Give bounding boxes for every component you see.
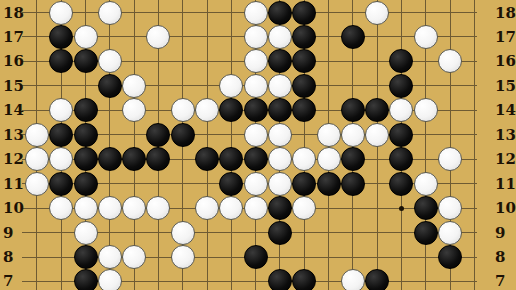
row-label-right-16: 16 [495,54,516,69]
stone-black[interactable] [74,98,98,122]
stone-black[interactable] [341,147,365,171]
stone-black[interactable] [244,147,268,171]
stone-white[interactable] [438,147,462,171]
stone-white[interactable] [268,123,292,147]
row-label-right-7: 7 [495,274,516,289]
stone-white[interactable] [25,147,49,171]
stone-white[interactable] [98,245,122,269]
stone-black[interactable] [268,98,292,122]
row-label-left-7: 7 [3,274,25,289]
row-label-right-15: 15 [495,78,516,93]
stone-white[interactable] [244,49,268,73]
stone-white[interactable] [365,1,389,25]
stone-white[interactable] [268,74,292,98]
stone-black[interactable] [122,147,146,171]
stone-black[interactable] [49,123,73,147]
row-label-right-13: 13 [495,127,516,142]
stone-white[interactable] [414,172,438,196]
stone-white[interactable] [438,196,462,220]
stone-black[interactable] [219,172,243,196]
stone-black[interactable] [98,147,122,171]
row-label-right-10: 10 [495,201,516,216]
stone-white[interactable] [25,172,49,196]
stone-white[interactable] [146,196,170,220]
stone-white[interactable] [122,74,146,98]
stone-black[interactable] [341,25,365,49]
stone-black[interactable] [244,245,268,269]
stone-black[interactable] [74,147,98,171]
stone-white[interactable] [219,196,243,220]
stone-black[interactable] [365,269,389,290]
stone-white[interactable] [146,25,170,49]
stone-black[interactable] [292,25,316,49]
stone-white[interactable] [171,221,195,245]
row-label-right-18: 18 [495,5,516,20]
stone-white[interactable] [49,1,73,25]
stone-black[interactable] [317,172,341,196]
stone-black[interactable] [49,49,73,73]
row-label-left-12: 12 [3,152,25,167]
stone-white[interactable] [219,74,243,98]
stone-white[interactable] [25,123,49,147]
stone-white[interactable] [74,221,98,245]
stone-white[interactable] [317,123,341,147]
stone-black[interactable] [74,123,98,147]
stone-black[interactable] [98,74,122,98]
row-label-right-9: 9 [495,225,516,240]
stone-white[interactable] [98,269,122,290]
go-board[interactable]: 1818171716161515141413131212111110109988… [0,0,516,290]
stone-white[interactable] [244,25,268,49]
row-label-left-13: 13 [3,127,25,142]
stone-white[interactable] [244,1,268,25]
stone-black[interactable] [219,98,243,122]
stone-white[interactable] [268,25,292,49]
stone-white[interactable] [122,245,146,269]
row-label-right-12: 12 [495,152,516,167]
stone-black[interactable] [146,123,170,147]
hoshi-point-icon [399,206,404,211]
stone-white[interactable] [341,123,365,147]
stone-black[interactable] [219,147,243,171]
stone-black[interactable] [268,269,292,290]
stone-black[interactable] [389,74,413,98]
stone-black[interactable] [341,172,365,196]
stone-black[interactable] [292,98,316,122]
row-label-right-8: 8 [495,250,516,265]
grid-line-v [474,0,475,290]
stone-black[interactable] [414,221,438,245]
stone-black[interactable] [268,196,292,220]
row-label-left-8: 8 [3,250,25,265]
stone-black[interactable] [244,98,268,122]
stone-white[interactable] [98,49,122,73]
row-label-left-9: 9 [3,225,25,240]
stone-black[interactable] [389,147,413,171]
row-label-left-18: 18 [3,5,25,20]
stone-white[interactable] [122,98,146,122]
stone-black[interactable] [171,123,195,147]
stone-white[interactable] [49,98,73,122]
stone-white[interactable] [49,196,73,220]
row-label-left-17: 17 [3,29,25,44]
stone-black[interactable] [438,245,462,269]
stone-white[interactable] [244,123,268,147]
stone-white[interactable] [74,25,98,49]
row-label-right-11: 11 [495,176,516,191]
stone-black[interactable] [292,172,316,196]
stone-black[interactable] [74,269,98,290]
stone-black[interactable] [292,49,316,73]
stone-white[interactable] [244,196,268,220]
stone-black[interactable] [292,1,316,25]
stone-black[interactable] [341,98,365,122]
stone-black[interactable] [146,147,170,171]
row-label-left-16: 16 [3,54,25,69]
stone-black[interactable] [268,49,292,73]
stone-white[interactable] [438,221,462,245]
stone-black[interactable] [268,221,292,245]
grid-line-v [207,0,208,290]
row-label-left-14: 14 [3,103,25,118]
row-label-right-14: 14 [495,103,516,118]
go-board-screenshot: 1818171716161515141413131212111110109988… [0,0,516,290]
stone-black[interactable] [389,123,413,147]
stone-white[interactable] [195,98,219,122]
stone-black[interactable] [49,25,73,49]
stone-black[interactable] [389,49,413,73]
stone-black[interactable] [74,172,98,196]
stone-white[interactable] [365,123,389,147]
row-label-right-17: 17 [495,29,516,44]
stone-black[interactable] [389,172,413,196]
stone-white[interactable] [414,98,438,122]
stone-white[interactable] [244,172,268,196]
stone-white[interactable] [268,172,292,196]
stone-white[interactable] [244,74,268,98]
stone-white[interactable] [122,196,146,220]
stone-white[interactable] [317,147,341,171]
stone-black[interactable] [49,172,73,196]
stone-black[interactable] [292,74,316,98]
stone-white[interactable] [292,147,316,171]
stone-white[interactable] [438,49,462,73]
stone-white[interactable] [171,245,195,269]
stone-black[interactable] [414,196,438,220]
stone-black[interactable] [292,269,316,290]
stone-white[interactable] [195,196,219,220]
stone-black[interactable] [195,147,219,171]
stone-white[interactable] [98,196,122,220]
stone-white[interactable] [341,269,365,290]
stone-black[interactable] [268,1,292,25]
stone-white[interactable] [171,98,195,122]
row-label-left-11: 11 [3,176,25,191]
stone-black[interactable] [365,98,389,122]
stone-white[interactable] [49,147,73,171]
stone-white[interactable] [414,25,438,49]
stone-white[interactable] [98,1,122,25]
stone-black[interactable] [74,49,98,73]
stone-black[interactable] [74,245,98,269]
row-label-left-10: 10 [3,201,25,216]
stone-white[interactable] [292,196,316,220]
row-label-left-15: 15 [3,78,25,93]
stone-white[interactable] [74,196,98,220]
stone-white[interactable] [389,98,413,122]
stone-white[interactable] [268,147,292,171]
grid-line-v [231,0,232,290]
